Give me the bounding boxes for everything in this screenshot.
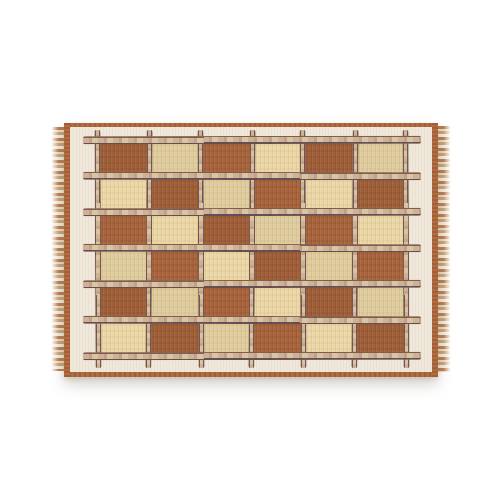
grid-horizontal-line xyxy=(83,136,421,145)
rug xyxy=(64,123,438,377)
grid-horizontal-line xyxy=(83,172,421,181)
rug-fringe-left xyxy=(51,127,65,371)
grid-horizontal-line xyxy=(83,208,421,217)
rug-binding-right xyxy=(432,123,438,377)
grid-horizontal-line xyxy=(83,316,421,325)
rug-fringe-right xyxy=(437,126,451,372)
grid-horizontal-line xyxy=(83,280,421,289)
rug-binding-left xyxy=(64,123,70,377)
grid-lines xyxy=(64,123,438,377)
rug-binding-top xyxy=(64,123,438,127)
grid-horizontal-line xyxy=(83,352,421,361)
rug-product-photo xyxy=(0,0,500,500)
rug-binding-bottom xyxy=(64,372,438,377)
grid-horizontal-line xyxy=(83,244,421,253)
